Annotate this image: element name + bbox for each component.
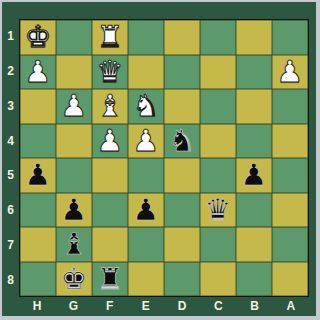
square-b5[interactable]: ♟ (236, 158, 272, 193)
square-d8[interactable] (164, 262, 200, 297)
white-rook: ♜ (97, 22, 124, 52)
square-g1[interactable] (56, 20, 92, 55)
square-g3[interactable]: ♟ (56, 89, 92, 124)
rank-label-7: 7 (2, 228, 19, 263)
file-labels: HGFEDCBA (19, 296, 309, 316)
chess-diagram: 12345678 ♚♜♟♛♟♟♝♞♟♟♞♟♟♟♟♛♝♚♜ HGFEDCBA (0, 0, 320, 320)
square-b2[interactable] (236, 55, 272, 90)
square-c8[interactable] (200, 262, 236, 297)
square-e8[interactable] (128, 262, 164, 297)
white-king: ♚ (25, 22, 52, 52)
white-knight: ♞ (133, 91, 160, 121)
file-label-e: E (128, 296, 164, 316)
board: ♚♜♟♛♟♟♝♞♟♟♞♟♟♟♟♛♝♚♜ (19, 19, 309, 297)
square-c3[interactable] (200, 89, 236, 124)
rank-label-6: 6 (2, 193, 19, 228)
square-d2[interactable] (164, 55, 200, 90)
white-pawn: ♟ (61, 91, 88, 121)
square-c6[interactable]: ♛ (200, 193, 236, 228)
square-h1[interactable]: ♚ (20, 20, 56, 55)
square-b4[interactable] (236, 124, 272, 159)
rank-label-8: 8 (2, 262, 19, 297)
file-label-g: G (55, 296, 91, 316)
square-g2[interactable] (56, 55, 92, 90)
square-a1[interactable] (272, 20, 308, 55)
square-e3[interactable]: ♞ (128, 89, 164, 124)
square-f1[interactable]: ♜ (92, 20, 128, 55)
square-f8[interactable]: ♜ (92, 262, 128, 297)
square-b7[interactable] (236, 227, 272, 262)
square-a5[interactable] (272, 158, 308, 193)
square-d3[interactable] (164, 89, 200, 124)
square-c4[interactable] (200, 124, 236, 159)
black-pawn: ♟ (25, 160, 52, 190)
square-a2[interactable]: ♟ (272, 55, 308, 90)
rank-label-5: 5 (2, 158, 19, 193)
board-frame: 12345678 ♚♜♟♛♟♟♝♞♟♟♞♟♟♟♟♛♝♚♜ HGFEDCBA (2, 2, 316, 316)
square-e2[interactable] (128, 55, 164, 90)
file-label-d: D (164, 296, 200, 316)
square-c5[interactable] (200, 158, 236, 193)
square-e6[interactable]: ♟ (128, 193, 164, 228)
square-e4[interactable]: ♟ (128, 124, 164, 159)
square-d6[interactable] (164, 193, 200, 228)
file-label-c: C (200, 296, 236, 316)
black-pawn: ♟ (241, 160, 268, 190)
white-queen: ♛ (97, 57, 124, 87)
white-pawn: ♟ (97, 126, 124, 156)
square-a4[interactable] (272, 124, 308, 159)
square-h6[interactable] (20, 193, 56, 228)
square-b3[interactable] (236, 89, 272, 124)
square-c1[interactable] (200, 20, 236, 55)
square-g8[interactable]: ♚ (56, 262, 92, 297)
square-d5[interactable] (164, 158, 200, 193)
black-pawn: ♟ (61, 195, 88, 225)
square-a6[interactable] (272, 193, 308, 228)
file-label-a: A (273, 296, 309, 316)
square-f5[interactable] (92, 158, 128, 193)
file-label-b: B (237, 296, 273, 316)
square-h7[interactable] (20, 227, 56, 262)
file-label-h: H (19, 296, 55, 316)
square-h3[interactable] (20, 89, 56, 124)
square-g7[interactable]: ♝ (56, 227, 92, 262)
rank-label-1: 1 (2, 19, 19, 54)
square-b6[interactable] (236, 193, 272, 228)
square-c7[interactable] (200, 227, 236, 262)
square-f6[interactable] (92, 193, 128, 228)
square-h5[interactable]: ♟ (20, 158, 56, 193)
square-b8[interactable] (236, 262, 272, 297)
square-f3[interactable]: ♝ (92, 89, 128, 124)
square-h8[interactable] (20, 262, 56, 297)
square-b1[interactable] (236, 20, 272, 55)
square-d7[interactable] (164, 227, 200, 262)
white-bishop: ♝ (97, 91, 124, 121)
square-h4[interactable] (20, 124, 56, 159)
white-pawn: ♟ (25, 57, 52, 87)
square-h2[interactable]: ♟ (20, 55, 56, 90)
square-f7[interactable] (92, 227, 128, 262)
square-e5[interactable] (128, 158, 164, 193)
square-a8[interactable] (272, 262, 308, 297)
square-a7[interactable] (272, 227, 308, 262)
square-f4[interactable]: ♟ (92, 124, 128, 159)
square-g4[interactable] (56, 124, 92, 159)
rank-label-2: 2 (2, 54, 19, 89)
rank-labels: 12345678 (2, 19, 19, 297)
black-queen: ♛ (205, 195, 232, 225)
square-e7[interactable] (128, 227, 164, 262)
square-f2[interactable]: ♛ (92, 55, 128, 90)
black-bishop: ♝ (61, 229, 88, 259)
rank-label-4: 4 (2, 123, 19, 158)
square-d4[interactable]: ♞ (164, 124, 200, 159)
black-rook: ♜ (97, 264, 124, 294)
black-king: ♚ (61, 264, 88, 294)
square-g6[interactable]: ♟ (56, 193, 92, 228)
file-label-f: F (92, 296, 128, 316)
white-pawn: ♟ (277, 57, 304, 87)
square-a3[interactable] (272, 89, 308, 124)
rank-label-3: 3 (2, 89, 19, 124)
square-e1[interactable] (128, 20, 164, 55)
black-knight: ♞ (169, 126, 196, 156)
square-d1[interactable] (164, 20, 200, 55)
black-pawn: ♟ (133, 195, 160, 225)
square-g5[interactable] (56, 158, 92, 193)
white-pawn: ♟ (133, 126, 160, 156)
square-c2[interactable] (200, 55, 236, 90)
